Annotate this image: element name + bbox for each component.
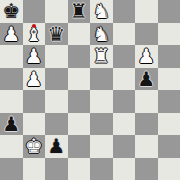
square-d1[interactable] (68, 158, 91, 181)
square-b4[interactable] (23, 90, 46, 113)
square-e5[interactable] (90, 68, 113, 91)
square-h4[interactable] (158, 90, 181, 113)
square-h3[interactable] (158, 113, 181, 136)
piece-white-pawn[interactable]: ♟ (25, 68, 43, 91)
square-d5[interactable] (68, 68, 91, 91)
square-d4[interactable] (68, 90, 91, 113)
square-b1[interactable] (23, 158, 46, 181)
square-e1[interactable] (90, 158, 113, 181)
square-g3[interactable] (135, 113, 158, 136)
square-g2[interactable] (135, 135, 158, 158)
square-e2[interactable] (90, 135, 113, 158)
piece-white-pawn[interactable]: ♟ (137, 45, 155, 68)
piece-black-pawn[interactable]: ♟ (47, 135, 65, 158)
square-a7[interactable]: ♟ (0, 23, 23, 46)
square-c2[interactable]: ♟ (45, 135, 68, 158)
piece-black-pawn[interactable]: ♟ (2, 113, 20, 136)
bishop-red-finial-icon (32, 24, 36, 28)
square-a4[interactable] (0, 90, 23, 113)
square-d2[interactable] (68, 135, 91, 158)
piece-black-rook[interactable]: ♜ (70, 0, 88, 23)
square-d6[interactable] (68, 45, 91, 68)
square-f4[interactable] (113, 90, 136, 113)
square-f2[interactable] (113, 135, 136, 158)
square-a6[interactable] (0, 45, 23, 68)
square-b6[interactable]: ♟ (23, 45, 46, 68)
square-g4[interactable] (135, 90, 158, 113)
square-e6[interactable]: ♜ (90, 45, 113, 68)
square-c6[interactable] (45, 45, 68, 68)
square-b3[interactable] (23, 113, 46, 136)
piece-white-knight[interactable]: ♞ (92, 0, 110, 23)
square-g8[interactable] (135, 0, 158, 23)
square-e8[interactable]: ♞ (90, 0, 113, 23)
square-f5[interactable] (113, 68, 136, 91)
square-c7[interactable]: ♛ (45, 23, 68, 46)
square-d8[interactable]: ♜ (68, 0, 91, 23)
piece-white-pawn[interactable]: ♟ (2, 23, 20, 46)
square-h2[interactable] (158, 135, 181, 158)
piece-black-queen[interactable]: ♛ (47, 23, 65, 46)
square-f1[interactable] (113, 158, 136, 181)
square-h8[interactable] (158, 0, 181, 23)
square-e7[interactable]: ♞ (90, 23, 113, 46)
square-h5[interactable] (158, 68, 181, 91)
square-c8[interactable] (45, 0, 68, 23)
square-h6[interactable] (158, 45, 181, 68)
square-a1[interactable] (0, 158, 23, 181)
square-d3[interactable] (68, 113, 91, 136)
square-g5[interactable]: ♟ (135, 68, 158, 91)
piece-black-pawn[interactable]: ♟ (137, 68, 155, 91)
square-b7[interactable]: ♝ (23, 23, 46, 46)
square-b8[interactable] (23, 0, 46, 23)
square-e3[interactable] (90, 113, 113, 136)
square-d7[interactable] (68, 23, 91, 46)
square-f8[interactable] (113, 0, 136, 23)
square-a5[interactable] (0, 68, 23, 91)
square-a8[interactable]: ♚ (0, 0, 23, 23)
square-f6[interactable] (113, 45, 136, 68)
square-e4[interactable] (90, 90, 113, 113)
square-c5[interactable] (45, 68, 68, 91)
square-a3[interactable]: ♟ (0, 113, 23, 136)
square-b5[interactable]: ♟ (23, 68, 46, 91)
piece-white-knight[interactable]: ♞ (92, 23, 110, 46)
square-b2[interactable]: ♚ (23, 135, 46, 158)
square-h1[interactable] (158, 158, 181, 181)
piece-white-pawn[interactable]: ♟ (25, 45, 43, 68)
piece-black-king[interactable]: ♚ (2, 0, 20, 23)
square-h7[interactable] (158, 23, 181, 46)
square-c4[interactable] (45, 90, 68, 113)
chess-board: ♚♜♞♟♝♛♞♟♜♟♟♟♟♚♟ (0, 0, 180, 180)
piece-white-rook[interactable]: ♜ (92, 45, 110, 68)
square-f3[interactable] (113, 113, 136, 136)
square-g1[interactable] (135, 158, 158, 181)
piece-white-king[interactable]: ♚ (25, 135, 43, 158)
square-c3[interactable] (45, 113, 68, 136)
square-g6[interactable]: ♟ (135, 45, 158, 68)
square-c1[interactable] (45, 158, 68, 181)
square-g7[interactable] (135, 23, 158, 46)
square-f7[interactable] (113, 23, 136, 46)
square-a2[interactable] (0, 135, 23, 158)
